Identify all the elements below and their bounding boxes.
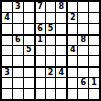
cell-r3c6-empty[interactable] bbox=[56, 24, 66, 34]
cell-r4c7-empty[interactable] bbox=[67, 35, 77, 45]
cell-r1c6-given: 8 bbox=[56, 2, 66, 12]
cell-r9c2-empty[interactable] bbox=[13, 89, 23, 99]
cell-r1c3-empty[interactable] bbox=[24, 2, 34, 12]
cell-r3c1-empty[interactable] bbox=[2, 24, 12, 34]
cell-r5c7-given: 4 bbox=[67, 46, 77, 56]
sudoku-board: 37842656185432461 bbox=[0, 0, 101, 101]
cell-r2c2-empty[interactable] bbox=[13, 13, 23, 23]
cell-r3c5-given: 5 bbox=[46, 24, 56, 34]
cell-r4c9-empty[interactable] bbox=[89, 35, 99, 45]
cell-r9c7-empty[interactable] bbox=[67, 89, 77, 99]
cell-r6c1-empty[interactable] bbox=[2, 56, 12, 66]
cell-r2c5-empty[interactable] bbox=[46, 13, 56, 23]
cell-r9c8-empty[interactable] bbox=[78, 89, 88, 99]
cell-r4c6-empty[interactable] bbox=[56, 35, 66, 45]
cell-r9c3-empty[interactable] bbox=[24, 89, 34, 99]
cell-r9c1-empty[interactable] bbox=[2, 89, 12, 99]
cell-r3c2-empty[interactable] bbox=[13, 24, 23, 34]
cell-r4c4-given: 1 bbox=[35, 35, 45, 45]
cell-r5c4-empty[interactable] bbox=[35, 46, 45, 56]
cell-r9c6-empty[interactable] bbox=[56, 89, 66, 99]
cell-r7c3-empty[interactable] bbox=[24, 67, 34, 77]
cell-r5c5-empty[interactable] bbox=[46, 46, 56, 56]
cell-r8c6-empty[interactable] bbox=[56, 78, 66, 88]
cell-r6c6-empty[interactable] bbox=[56, 56, 66, 66]
cell-r1c4-given: 7 bbox=[35, 2, 45, 12]
cell-r2c9-empty[interactable] bbox=[89, 13, 99, 23]
cell-r1c5-empty[interactable] bbox=[46, 2, 56, 12]
cell-r4c1-empty[interactable] bbox=[2, 35, 12, 45]
cell-r8c9-given: 1 bbox=[89, 78, 99, 88]
cell-r7c4-empty[interactable] bbox=[35, 67, 45, 77]
cell-r8c7-empty[interactable] bbox=[67, 78, 77, 88]
cell-r5c1-empty[interactable] bbox=[2, 46, 12, 56]
cell-r5c3-given: 5 bbox=[24, 46, 34, 56]
cell-r5c9-empty[interactable] bbox=[89, 46, 99, 56]
cell-r3c9-empty[interactable] bbox=[89, 24, 99, 34]
cell-r8c4-empty[interactable] bbox=[35, 78, 45, 88]
cell-r6c4-empty[interactable] bbox=[35, 56, 45, 66]
cell-r5c2-empty[interactable] bbox=[13, 46, 23, 56]
cell-r8c1-empty[interactable] bbox=[2, 78, 12, 88]
cell-r7c5-given: 2 bbox=[46, 67, 56, 77]
cell-r2c8-empty[interactable] bbox=[78, 13, 88, 23]
cell-r3c7-empty[interactable] bbox=[67, 24, 77, 34]
cell-r7c2-empty[interactable] bbox=[13, 67, 23, 77]
cell-r6c7-empty[interactable] bbox=[67, 56, 77, 66]
cell-r3c3-empty[interactable] bbox=[24, 24, 34, 34]
cell-r9c4-empty[interactable] bbox=[35, 89, 45, 99]
cell-r2c3-empty[interactable] bbox=[24, 13, 34, 23]
cell-r4c3-empty[interactable] bbox=[24, 35, 34, 45]
cell-r9c5-empty[interactable] bbox=[46, 89, 56, 99]
cell-r6c2-empty[interactable] bbox=[13, 56, 23, 66]
cell-r8c8-given: 6 bbox=[78, 78, 88, 88]
cell-r1c1-empty[interactable] bbox=[2, 2, 12, 12]
cell-r7c6-given: 4 bbox=[56, 67, 66, 77]
cell-r6c9-empty[interactable] bbox=[89, 56, 99, 66]
cell-r4c5-empty[interactable] bbox=[46, 35, 56, 45]
cell-r7c7-empty[interactable] bbox=[67, 67, 77, 77]
cell-r8c5-empty[interactable] bbox=[46, 78, 56, 88]
cell-r2c7-given: 2 bbox=[67, 13, 77, 23]
cell-r5c8-empty[interactable] bbox=[78, 46, 88, 56]
cell-r7c1-given: 3 bbox=[2, 67, 12, 77]
cell-r2c4-empty[interactable] bbox=[35, 13, 45, 23]
cell-r6c8-empty[interactable] bbox=[78, 56, 88, 66]
cell-r6c3-empty[interactable] bbox=[24, 56, 34, 66]
cell-r3c8-empty[interactable] bbox=[78, 24, 88, 34]
cell-r6c5-empty[interactable] bbox=[46, 56, 56, 66]
cell-r2c6-empty[interactable] bbox=[56, 13, 66, 23]
cell-r1c2-given: 3 bbox=[13, 2, 23, 12]
cell-r9c9-empty[interactable] bbox=[89, 89, 99, 99]
cell-r3c4-given: 6 bbox=[35, 24, 45, 34]
cell-r8c2-empty[interactable] bbox=[13, 78, 23, 88]
cell-r1c8-empty[interactable] bbox=[78, 2, 88, 12]
cell-r4c8-given: 8 bbox=[78, 35, 88, 45]
cell-r4c2-given: 6 bbox=[13, 35, 23, 45]
cell-r1c7-empty[interactable] bbox=[67, 2, 77, 12]
cell-r7c9-empty[interactable] bbox=[89, 67, 99, 77]
cell-r5c6-empty[interactable] bbox=[56, 46, 66, 56]
cell-r1c9-empty[interactable] bbox=[89, 2, 99, 12]
cell-r8c3-empty[interactable] bbox=[24, 78, 34, 88]
cell-r7c8-empty[interactable] bbox=[78, 67, 88, 77]
cell-r2c1-given: 4 bbox=[2, 13, 12, 23]
